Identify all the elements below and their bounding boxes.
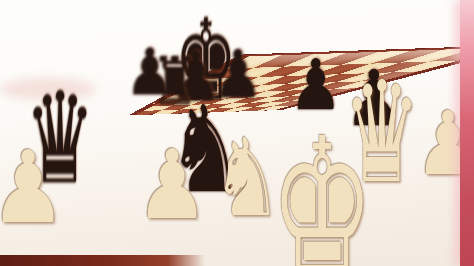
white-king-e3[interactable]: ♚: [270, 113, 374, 266]
white-pawn-b3[interactable]: ♟: [135, 137, 208, 233]
chess-photo-scene: ♟♚♜♟♟♟♟♛♞♛♟♞♟♟♚: [0, 0, 474, 266]
background-right-stripe: [460, 0, 474, 266]
board-frame-near-edge: [0, 255, 205, 266]
white-pawn-a2[interactable]: ♟: [0, 138, 66, 238]
